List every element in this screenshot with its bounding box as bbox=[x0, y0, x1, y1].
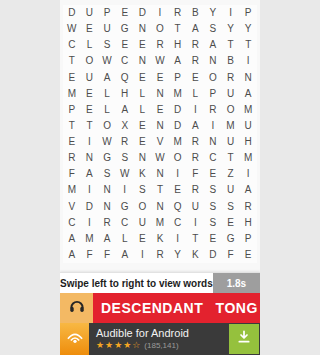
grid-cell-r6c10[interactable]: U bbox=[222, 86, 240, 102]
grid-cell-r2c9[interactable]: S bbox=[204, 21, 222, 37]
headphones-icon bbox=[68, 297, 86, 319]
download-button[interactable] bbox=[229, 324, 259, 354]
grid-cell-r12c8[interactable]: R bbox=[186, 182, 204, 198]
grid-cell-r10c11[interactable]: M bbox=[239, 150, 257, 166]
grid-cell-r13c5[interactable]: O bbox=[134, 199, 152, 215]
grid-cell-r8c8[interactable]: A bbox=[186, 118, 204, 134]
grid-cell-r10c8[interactable]: R bbox=[186, 150, 204, 166]
grid-cell-r15c11[interactable]: P bbox=[239, 231, 257, 247]
grid-cell-r2c6[interactable]: O bbox=[151, 21, 169, 37]
grid-cell-r10c5[interactable]: N bbox=[134, 150, 152, 166]
grid-cell-r6c2[interactable]: E bbox=[81, 86, 99, 102]
grid-cell-r16c3[interactable]: F bbox=[98, 247, 116, 263]
grid-cell-r15c7[interactable]: I bbox=[169, 231, 187, 247]
grid-cell-r15c3[interactable]: A bbox=[98, 231, 116, 247]
grid-cell-r8c9[interactable]: I bbox=[204, 118, 222, 134]
grid-cell-r13c8[interactable]: U bbox=[186, 199, 204, 215]
grid-cell-r12c2[interactable]: I bbox=[81, 182, 99, 198]
ad-banner[interactable]: Audible for Android ★★★★☆ (185,141) bbox=[60, 323, 260, 355]
grid-cell-r11c6[interactable]: N bbox=[151, 166, 169, 182]
grid-cell-r9c6[interactable]: V bbox=[151, 134, 169, 150]
word-search-app: DUPEDIRBYIPWEUGNOTASYYCLSEERHRATTTOWCNWA… bbox=[60, 0, 260, 355]
grid-cell-r4c7[interactable]: A bbox=[169, 53, 187, 69]
grid-cell-r1c4[interactable]: E bbox=[116, 5, 134, 21]
grid-cell-r15c8[interactable]: T bbox=[186, 231, 204, 247]
grid-cell-r14c3[interactable]: R bbox=[98, 215, 116, 231]
grid-cell-r8c11[interactable]: U bbox=[239, 118, 257, 134]
grid-cell-r13c2[interactable]: D bbox=[81, 199, 99, 215]
grid-cell-r3c10[interactable]: T bbox=[222, 37, 240, 53]
grid-cell-r12c6[interactable]: T bbox=[151, 182, 169, 198]
grid-cell-r11c2[interactable]: A bbox=[81, 166, 99, 182]
grid-cell-r11c7[interactable]: I bbox=[169, 166, 187, 182]
grid-cell-r1c10[interactable]: I bbox=[222, 5, 240, 21]
grid-cell-r12c4[interactable]: I bbox=[116, 182, 134, 198]
grid-cell-r8c6[interactable]: N bbox=[151, 118, 169, 134]
grid-cell-r4c11[interactable]: I bbox=[239, 53, 257, 69]
grid-cell-r1c11[interactable]: P bbox=[239, 5, 257, 21]
grid-cell-r11c8[interactable]: F bbox=[186, 166, 204, 182]
grid-cell-r4c3[interactable]: W bbox=[98, 53, 116, 69]
grid-cell-r8c10[interactable]: M bbox=[222, 118, 240, 134]
grid-cell-r13c11[interactable]: R bbox=[239, 199, 257, 215]
grid-cell-r16c4[interactable]: A bbox=[116, 247, 134, 263]
grid-cell-r16c6[interactable]: R bbox=[151, 247, 169, 263]
grid-cell-r7c7[interactable]: D bbox=[169, 102, 187, 118]
grid-cell-r14c6[interactable]: M bbox=[151, 215, 169, 231]
grid-cell-r4c2[interactable]: O bbox=[81, 53, 99, 69]
grid-cell-r16c9[interactable]: D bbox=[204, 247, 222, 263]
grid-cell-r6c8[interactable]: L bbox=[186, 86, 204, 102]
grid-cell-r1c2[interactable]: U bbox=[81, 5, 99, 21]
grid-cell-r14c1[interactable]: C bbox=[63, 215, 81, 231]
ad-title: Audible for Android bbox=[96, 327, 229, 340]
grid-cell-r12c5[interactable]: S bbox=[134, 182, 152, 198]
grid-cell-r16c2[interactable]: F bbox=[81, 247, 99, 263]
grid-cell-r5c9[interactable]: O bbox=[204, 70, 222, 86]
grid-cell-r6c6[interactable]: N bbox=[151, 86, 169, 102]
grid-cell-r3c7[interactable]: H bbox=[169, 37, 187, 53]
grid-cell-r5c2[interactable]: U bbox=[81, 70, 99, 86]
grid-cell-r10c3[interactable]: G bbox=[98, 150, 116, 166]
grid-cell-r5c8[interactable]: E bbox=[186, 70, 204, 86]
grid-cell-r14c4[interactable]: C bbox=[116, 215, 134, 231]
word-grid[interactable]: DUPEDIRBYIPWEUGNOTASYYCLSEERHRATTTOWCNWA… bbox=[60, 0, 260, 272]
grid-cell-r2c3[interactable]: U bbox=[98, 21, 116, 37]
grid-cell-r11c11[interactable]: I bbox=[239, 166, 257, 182]
grid-cell-r5c3[interactable]: A bbox=[98, 70, 116, 86]
grid-cell-r13c9[interactable]: S bbox=[204, 199, 222, 215]
grid-cell-r15c4[interactable]: L bbox=[116, 231, 134, 247]
grid-cell-r15c1[interactable]: A bbox=[63, 231, 81, 247]
hint-text: Swipe left to right to view words bbox=[60, 273, 213, 293]
grid-cell-r1c5[interactable]: D bbox=[134, 5, 152, 21]
word-list-text[interactable]: DESCENDANT TONG bbox=[93, 293, 260, 323]
grid-cell-r16c1[interactable]: A bbox=[63, 247, 81, 263]
grid-cell-r7c3[interactable]: L bbox=[98, 102, 116, 118]
grid-cell-r9c10[interactable]: U bbox=[222, 134, 240, 150]
grid-cell-r11c3[interactable]: S bbox=[98, 166, 116, 182]
grid-cell-r7c11[interactable]: M bbox=[239, 102, 257, 118]
grid-cell-r7c6[interactable]: E bbox=[151, 102, 169, 118]
download-icon bbox=[236, 329, 252, 349]
grid-cell-r2c8[interactable]: A bbox=[186, 21, 204, 37]
grid-cell-r15c6[interactable]: K bbox=[151, 231, 169, 247]
grid-cell-r13c6[interactable]: N bbox=[151, 199, 169, 215]
hint-bar: Swipe left to right to view words 1.8s bbox=[60, 272, 260, 293]
grid-cell-r7c4[interactable]: A bbox=[116, 102, 134, 118]
grid-cell-r11c1[interactable]: F bbox=[63, 166, 81, 182]
grid-cell-r7c8[interactable]: I bbox=[186, 102, 204, 118]
grid-cell-r14c9[interactable]: S bbox=[204, 215, 222, 231]
grid-cell-r6c4[interactable]: H bbox=[116, 86, 134, 102]
grid-cell-r2c1[interactable]: W bbox=[63, 21, 81, 37]
grid-cell-r2c4[interactable]: G bbox=[116, 21, 134, 37]
grid-cell-r9c1[interactable]: E bbox=[63, 134, 81, 150]
grid-cell-r3c5[interactable]: E bbox=[134, 37, 152, 53]
audible-swirl-icon bbox=[65, 327, 85, 351]
grid-cell-r10c4[interactable]: S bbox=[116, 150, 134, 166]
grid-cell-r9c5[interactable]: E bbox=[134, 134, 152, 150]
word-list-banner[interactable]: DESCENDANT TONG bbox=[60, 293, 260, 323]
grid-cell-r8c1[interactable]: T bbox=[63, 118, 81, 134]
grid-cell-r12c10[interactable]: U bbox=[222, 182, 240, 198]
grid-cell-r11c10[interactable]: Z bbox=[222, 166, 240, 182]
grid-cell-r1c7[interactable]: R bbox=[169, 5, 187, 21]
grid-cell-r10c2[interactable]: N bbox=[81, 150, 99, 166]
grid-cell-r7c1[interactable]: P bbox=[63, 102, 81, 118]
grid-cell-r12c7[interactable]: E bbox=[169, 182, 187, 198]
grid-cell-r3c11[interactable]: T bbox=[239, 37, 257, 53]
grid-cell-r4c9[interactable]: N bbox=[204, 53, 222, 69]
grid-cell-r4c1[interactable]: T bbox=[63, 53, 81, 69]
grid-cell-r6c1[interactable]: M bbox=[63, 86, 81, 102]
grid-cell-r8c7[interactable]: D bbox=[169, 118, 187, 134]
grid-cell-r14c2[interactable]: I bbox=[81, 215, 99, 231]
grid-cell-r2c2[interactable]: E bbox=[81, 21, 99, 37]
grid-cell-r2c5[interactable]: N bbox=[134, 21, 152, 37]
timer-badge: 1.8s bbox=[213, 273, 260, 293]
grid-cell-r1c3[interactable]: P bbox=[98, 5, 116, 21]
grid-cell-r12c11[interactable]: A bbox=[239, 182, 257, 198]
grid-cell-r8c5[interactable]: E bbox=[134, 118, 152, 134]
grid-cell-r3c4[interactable]: E bbox=[116, 37, 134, 53]
grid-cell-r2c7[interactable]: T bbox=[169, 21, 187, 37]
grid-cell-r15c2[interactable]: M bbox=[81, 231, 99, 247]
grid-cell-r9c9[interactable]: N bbox=[204, 134, 222, 150]
grid-cell-r13c7[interactable]: Q bbox=[169, 199, 187, 215]
grid-cell-r9c8[interactable]: R bbox=[186, 134, 204, 150]
grid-cell-r3c3[interactable]: S bbox=[98, 37, 116, 53]
grid-cell-r7c9[interactable]: R bbox=[204, 102, 222, 118]
grid-cell-r1c1[interactable]: D bbox=[63, 5, 81, 21]
grid-cell-r7c5[interactable]: L bbox=[134, 102, 152, 118]
grid-cell-r3c9[interactable]: A bbox=[204, 37, 222, 53]
grid-cell-r16c8[interactable]: K bbox=[186, 247, 204, 263]
grid-cell-r6c5[interactable]: L bbox=[134, 86, 152, 102]
grid-cell-r6c3[interactable]: L bbox=[98, 86, 116, 102]
grid-cell-r4c8[interactable]: R bbox=[186, 53, 204, 69]
grid-cell-r1c9[interactable]: Y bbox=[204, 5, 222, 21]
grid-cell-r11c4[interactable]: W bbox=[116, 166, 134, 182]
ad-rating: ★★★★☆ (185,141) bbox=[96, 340, 229, 351]
grid-cell-r5c6[interactable]: E bbox=[151, 70, 169, 86]
grid-cell-r8c2[interactable]: T bbox=[81, 118, 99, 134]
grid-cell-r16c5[interactable]: I bbox=[134, 247, 152, 263]
grid-cell-r14c8[interactable]: I bbox=[186, 215, 204, 231]
grid-cell-r12c9[interactable]: S bbox=[204, 182, 222, 198]
grid-cell-r13c1[interactable]: V bbox=[63, 199, 81, 215]
grid-cell-r10c7[interactable]: O bbox=[169, 150, 187, 166]
grid-cell-r6c11[interactable]: A bbox=[239, 86, 257, 102]
grid-cell-r4c5[interactable]: N bbox=[134, 53, 152, 69]
grid-cell-r5c5[interactable]: E bbox=[134, 70, 152, 86]
grid-cell-r1c6[interactable]: I bbox=[151, 5, 169, 21]
grid-cell-r6c9[interactable]: P bbox=[204, 86, 222, 102]
grid-cell-r9c11[interactable]: H bbox=[239, 134, 257, 150]
grid-cell-r5c11[interactable]: N bbox=[239, 70, 257, 86]
grid-cell-r9c7[interactable]: M bbox=[169, 134, 187, 150]
grid-cell-r16c7[interactable]: Y bbox=[169, 247, 187, 263]
grid-cell-r9c4[interactable]: R bbox=[116, 134, 134, 150]
grid-cell-r14c5[interactable]: U bbox=[134, 215, 152, 231]
grid-cell-r4c10[interactable]: B bbox=[222, 53, 240, 69]
grid-cell-r5c10[interactable]: R bbox=[222, 70, 240, 86]
grid-cell-r10c1[interactable]: R bbox=[63, 150, 81, 166]
grid-cell-r1c8[interactable]: B bbox=[186, 5, 204, 21]
grid-cell-r11c9[interactable]: E bbox=[204, 166, 222, 182]
grid-cell-r3c1[interactable]: C bbox=[63, 37, 81, 53]
grid-cell-r13c3[interactable]: N bbox=[98, 199, 116, 215]
grid-cell-r11c5[interactable]: K bbox=[134, 166, 152, 182]
grid-cell-r10c6[interactable]: W bbox=[151, 150, 169, 166]
grid-cell-r9c3[interactable]: W bbox=[98, 134, 116, 150]
grid-cell-r14c7[interactable]: C bbox=[169, 215, 187, 231]
grid-cell-r13c10[interactable]: S bbox=[222, 199, 240, 215]
grid-cell-r12c3[interactable]: N bbox=[98, 182, 116, 198]
grid-cell-r16c11[interactable]: E bbox=[239, 247, 257, 263]
grid-cell-r4c6[interactable]: W bbox=[151, 53, 169, 69]
rating-count: (185,141) bbox=[144, 340, 178, 351]
grid-cell-r5c7[interactable]: P bbox=[169, 70, 187, 86]
grid-cell-r7c2[interactable]: E bbox=[81, 102, 99, 118]
grid-cell-r5c4[interactable]: Q bbox=[116, 70, 134, 86]
audible-logo[interactable] bbox=[60, 323, 89, 355]
grid-cell-r8c3[interactable]: O bbox=[98, 118, 116, 134]
grid-cell-r14c11[interactable]: H bbox=[239, 215, 257, 231]
grid-cell-r4c4[interactable]: C bbox=[116, 53, 134, 69]
grid-cell-r9c2[interactable]: I bbox=[81, 134, 99, 150]
headphones-button[interactable] bbox=[60, 293, 93, 323]
grid-cell-r8c4[interactable]: X bbox=[116, 118, 134, 134]
grid-cell-r16c10[interactable]: F bbox=[222, 247, 240, 263]
grid-cell-r12c1[interactable]: M bbox=[63, 182, 81, 198]
grid-cell-r10c9[interactable]: C bbox=[204, 150, 222, 166]
grid-cell-r2c11[interactable]: Y bbox=[239, 21, 257, 37]
grid-cell-r15c10[interactable]: G bbox=[222, 231, 240, 247]
grid-cell-r5c1[interactable]: E bbox=[63, 70, 81, 86]
grid-cell-r7c10[interactable]: O bbox=[222, 102, 240, 118]
grid-cell-r3c8[interactable]: R bbox=[186, 37, 204, 53]
ad-text[interactable]: Audible for Android ★★★★☆ (185,141) bbox=[89, 327, 229, 351]
grid-cell-r14c10[interactable]: E bbox=[222, 215, 240, 231]
grid-cell-r6c7[interactable]: M bbox=[169, 86, 187, 102]
grid-cell-r15c5[interactable]: E bbox=[134, 231, 152, 247]
grid-cell-r10c10[interactable]: T bbox=[222, 150, 240, 166]
grid-cell-r13c4[interactable]: G bbox=[116, 199, 134, 215]
grid-cell-r15c9[interactable]: E bbox=[204, 231, 222, 247]
star-rating: ★★★★☆ bbox=[96, 340, 141, 351]
grid-cell-r2c10[interactable]: Y bbox=[222, 21, 240, 37]
grid-cell-r3c2[interactable]: L bbox=[81, 37, 99, 53]
grid-cell-r3c6[interactable]: R bbox=[151, 37, 169, 53]
